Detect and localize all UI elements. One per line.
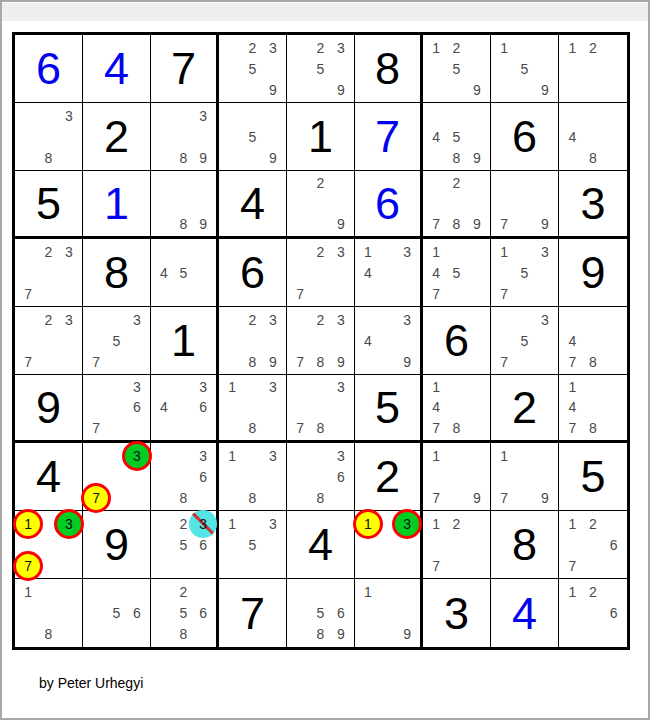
cell-r4c7[interactable]: 1457 bbox=[423, 239, 491, 307]
candidate-7[interactable]: 7 bbox=[24, 558, 32, 574]
cell-r6c5[interactable]: 378 bbox=[287, 375, 355, 443]
candidate-9[interactable]: 9 bbox=[269, 82, 277, 98]
candidate-5[interactable]: 5 bbox=[180, 537, 188, 553]
candidate-slot-6: 6 bbox=[331, 602, 351, 623]
candidate-2[interactable]: 2 bbox=[249, 312, 257, 328]
candidate-4[interactable]: 4 bbox=[568, 333, 576, 349]
cell-r5c2[interactable]: 357 bbox=[83, 307, 151, 375]
cell-r8c9[interactable]: 1267 bbox=[559, 511, 627, 579]
candidate-9[interactable]: 9 bbox=[269, 150, 277, 166]
candidate-slot-1 bbox=[154, 105, 174, 126]
candidate-7[interactable]: 7 bbox=[500, 286, 508, 302]
cell-r5c3[interactable]: 1 bbox=[151, 307, 219, 375]
candidate-7[interactable]: 7 bbox=[296, 420, 304, 436]
candidate-9[interactable]: 9 bbox=[199, 216, 207, 232]
candidate-2[interactable]: 2 bbox=[317, 244, 325, 260]
candidate-slot-4 bbox=[222, 466, 242, 487]
candidate-3[interactable]: 3 bbox=[199, 108, 207, 124]
cell-r8c3[interactable]: 2356 bbox=[151, 511, 219, 579]
cell-r1c3[interactable]: 7 bbox=[151, 35, 219, 103]
candidate-8[interactable]: 8 bbox=[453, 150, 461, 166]
candidate-8[interactable]: 8 bbox=[453, 420, 461, 436]
candidate-5[interactable]: 5 bbox=[317, 61, 325, 77]
candidate-slot-6 bbox=[467, 534, 487, 555]
cell-r1c7[interactable]: 1259 bbox=[423, 35, 491, 103]
candidate-9[interactable]: 9 bbox=[337, 626, 345, 642]
candidate-7[interactable]: 7 bbox=[432, 216, 440, 232]
candidate-3[interactable]: 3 bbox=[133, 448, 141, 464]
cell-r5c9[interactable]: 478 bbox=[559, 307, 627, 375]
candidate-3[interactable]: 3 bbox=[65, 516, 73, 532]
candidate-slot-4 bbox=[18, 262, 38, 283]
candidate-slot-6 bbox=[59, 602, 79, 623]
candidate-slot-9 bbox=[59, 351, 79, 372]
candidate-slot-9: 9 bbox=[535, 487, 555, 508]
candidate-1[interactable]: 1 bbox=[500, 244, 508, 260]
cell-r8c7[interactable]: 127 bbox=[423, 511, 491, 579]
candidate-2[interactable]: 2 bbox=[317, 40, 325, 56]
candidate-5[interactable]: 5 bbox=[249, 61, 257, 77]
candidate-grid: 367 bbox=[83, 375, 150, 440]
candidate-4[interactable]: 4 bbox=[364, 265, 372, 281]
cell-r9c3[interactable]: 2568 bbox=[151, 579, 219, 647]
cell-r7c7[interactable]: 179 bbox=[423, 443, 491, 511]
cell-r9c6[interactable]: 19 bbox=[355, 579, 423, 647]
cell-r8c1[interactable]: 137 bbox=[15, 511, 83, 579]
cell-r2c7[interactable]: 4589 bbox=[423, 103, 491, 171]
candidate-6[interactable]: 6 bbox=[199, 469, 207, 485]
candidate-4[interactable]: 4 bbox=[568, 399, 576, 415]
candidate-8[interactable]: 8 bbox=[317, 354, 325, 370]
candidate-slot-6: 6 bbox=[603, 534, 624, 555]
candidate-5[interactable]: 5 bbox=[113, 333, 121, 349]
cell-r1c8[interactable]: 159 bbox=[491, 35, 559, 103]
candidate-8[interactable]: 8 bbox=[180, 490, 188, 506]
cell-r2c2[interactable]: 2 bbox=[83, 103, 151, 171]
candidate-5[interactable]: 5 bbox=[249, 537, 257, 553]
candidate-slot-9 bbox=[193, 624, 213, 645]
candidate-8[interactable]: 8 bbox=[317, 420, 325, 436]
candidate-8[interactable]: 8 bbox=[589, 420, 597, 436]
candidate-1[interactable]: 1 bbox=[228, 379, 236, 395]
candidate-3[interactable]: 3 bbox=[337, 40, 345, 56]
candidate-1[interactable]: 1 bbox=[364, 584, 372, 600]
candidate-3[interactable]: 3 bbox=[403, 312, 411, 328]
candidate-slot-3: 3 bbox=[397, 241, 417, 262]
cell-r4c8[interactable]: 1357 bbox=[491, 239, 559, 307]
candidate-5[interactable]: 5 bbox=[180, 265, 188, 281]
candidate-5[interactable]: 5 bbox=[180, 605, 188, 621]
candidate-9[interactable]: 9 bbox=[541, 490, 549, 506]
candidate-slot-3: 3 bbox=[331, 377, 351, 397]
cell-r3c7[interactable]: 2789 bbox=[423, 171, 491, 239]
candidate-grid: 134 bbox=[355, 239, 420, 306]
candidate-slot-4 bbox=[290, 193, 310, 213]
candidate-3[interactable]: 3 bbox=[65, 108, 73, 124]
candidate-slot-8: 8 bbox=[174, 624, 194, 645]
candidate-1[interactable]: 1 bbox=[500, 40, 508, 56]
candidate-8[interactable]: 8 bbox=[180, 150, 188, 166]
candidate-2[interactable]: 2 bbox=[180, 516, 188, 532]
cell-r3c4[interactable]: 4 bbox=[219, 171, 287, 239]
given-digit: 7 bbox=[240, 591, 265, 636]
cell-r6c9[interactable]: 1478 bbox=[559, 375, 627, 443]
candidate-1[interactable]: 1 bbox=[568, 379, 576, 395]
given-digit: 4 bbox=[240, 181, 265, 226]
candidate-3[interactable]: 3 bbox=[269, 379, 277, 395]
candidate-6[interactable]: 6 bbox=[133, 399, 141, 415]
candidate-7[interactable]: 7 bbox=[296, 354, 304, 370]
candidate-7[interactable]: 7 bbox=[24, 354, 32, 370]
candidate-5[interactable]: 5 bbox=[453, 265, 461, 281]
cell-r6c6[interactable]: 5 bbox=[355, 375, 423, 443]
candidate-2[interactable]: 2 bbox=[453, 516, 461, 532]
candidate-1[interactable]: 1 bbox=[500, 448, 508, 464]
candidate-7[interactable]: 7 bbox=[568, 420, 576, 436]
candidate-3[interactable]: 3 bbox=[269, 312, 277, 328]
candidate-7[interactable]: 7 bbox=[432, 490, 440, 506]
candidate-grid: 1259 bbox=[423, 35, 490, 102]
candidate-2[interactable]: 2 bbox=[453, 40, 461, 56]
cell-r3c5[interactable]: 29 bbox=[287, 171, 355, 239]
candidate-8[interactable]: 8 bbox=[180, 216, 188, 232]
candidate-1[interactable]: 1 bbox=[568, 40, 576, 56]
candidate-5[interactable]: 5 bbox=[521, 265, 529, 281]
candidate-3[interactable]: 3 bbox=[403, 516, 411, 532]
candidate-3[interactable]: 3 bbox=[199, 448, 207, 464]
cell-r7c6[interactable]: 2 bbox=[355, 443, 423, 511]
candidate-7[interactable]: 7 bbox=[432, 558, 440, 574]
cell-r4c5[interactable]: 237 bbox=[287, 239, 355, 307]
candidate-9[interactable]: 9 bbox=[541, 216, 549, 232]
cell-r5c6[interactable]: 349 bbox=[355, 307, 423, 375]
candidate-slot-7 bbox=[222, 487, 242, 508]
cell-r5c1[interactable]: 237 bbox=[15, 307, 83, 375]
candidate-slot-4: 4 bbox=[154, 397, 174, 417]
candidate-3[interactable]: 3 bbox=[403, 244, 411, 260]
cell-r1c9[interactable]: 12 bbox=[559, 35, 627, 103]
candidate-3[interactable]: 3 bbox=[65, 312, 73, 328]
cell-r7c8[interactable]: 179 bbox=[491, 443, 559, 511]
cell-r7c9[interactable]: 5 bbox=[559, 443, 627, 511]
candidate-7[interactable]: 7 bbox=[432, 420, 440, 436]
candidate-slot-1 bbox=[426, 173, 446, 193]
candidate-slot-7: 7 bbox=[86, 351, 106, 372]
cell-r4c6[interactable]: 134 bbox=[355, 239, 423, 307]
candidate-7[interactable]: 7 bbox=[92, 490, 100, 506]
candidate-5[interactable]: 5 bbox=[453, 129, 461, 145]
candidate-9[interactable]: 9 bbox=[473, 150, 481, 166]
candidate-8[interactable]: 8 bbox=[453, 216, 461, 232]
candidate-9[interactable]: 9 bbox=[473, 490, 481, 506]
candidate-3[interactable]: 3 bbox=[199, 516, 207, 532]
cell-r3c1[interactable]: 5 bbox=[15, 171, 83, 239]
cell-r7c4[interactable]: 138 bbox=[219, 443, 287, 511]
cell-r7c5[interactable]: 368 bbox=[287, 443, 355, 511]
candidate-slot-3: 3 bbox=[397, 513, 417, 534]
candidate-5[interactable]: 5 bbox=[249, 129, 257, 145]
candidate-4[interactable]: 4 bbox=[364, 333, 372, 349]
candidate-9[interactable]: 9 bbox=[473, 216, 481, 232]
candidate-3[interactable]: 3 bbox=[337, 448, 345, 464]
candidate-slot-5 bbox=[174, 397, 194, 417]
cell-r1c5[interactable]: 2359 bbox=[287, 35, 355, 103]
candidate-slot-5 bbox=[583, 58, 604, 79]
candidate-2[interactable]: 2 bbox=[45, 312, 53, 328]
cell-r9c8[interactable]: 4 bbox=[491, 579, 559, 647]
candidate-9[interactable]: 9 bbox=[473, 82, 481, 98]
candidate-9[interactable]: 9 bbox=[403, 354, 411, 370]
candidate-3[interactable]: 3 bbox=[337, 312, 345, 328]
candidate-grid: 48 bbox=[559, 103, 627, 170]
candidate-3[interactable]: 3 bbox=[133, 379, 141, 395]
candidate-8[interactable]: 8 bbox=[249, 354, 257, 370]
candidate-slot-2 bbox=[38, 581, 58, 602]
candidate-2[interactable]: 2 bbox=[249, 40, 257, 56]
candidate-4[interactable]: 4 bbox=[432, 265, 440, 281]
candidate-slot-3 bbox=[603, 513, 624, 534]
candidate-6[interactable]: 6 bbox=[199, 537, 207, 553]
cell-r2c6[interactable]: 7 bbox=[355, 103, 423, 171]
given-digit: 4 bbox=[36, 454, 61, 499]
candidate-4[interactable]: 4 bbox=[432, 399, 440, 415]
candidate-7[interactable]: 7 bbox=[296, 286, 304, 302]
candidate-grid: 2359 bbox=[219, 35, 286, 102]
given-digit: 8 bbox=[375, 46, 400, 91]
candidate-3[interactable]: 3 bbox=[337, 244, 345, 260]
candidate-1[interactable]: 1 bbox=[432, 379, 440, 395]
cell-r1c6[interactable]: 8 bbox=[355, 35, 423, 103]
candidate-8[interactable]: 8 bbox=[249, 490, 257, 506]
candidate-slot-1 bbox=[290, 309, 310, 330]
candidate-2[interactable]: 2 bbox=[317, 175, 325, 191]
cell-r4c1[interactable]: 237 bbox=[15, 239, 83, 307]
candidate-4[interactable]: 4 bbox=[568, 129, 576, 145]
candidate-4[interactable]: 4 bbox=[160, 399, 168, 415]
candidate-6[interactable]: 6 bbox=[610, 605, 618, 621]
cell-r7c1[interactable]: 4 bbox=[15, 443, 83, 511]
candidate-1[interactable]: 1 bbox=[364, 516, 372, 532]
candidate-3[interactable]: 3 bbox=[541, 244, 549, 260]
candidate-slot-9 bbox=[331, 487, 351, 508]
cell-r9c1[interactable]: 18 bbox=[15, 579, 83, 647]
candidate-slot-9 bbox=[331, 283, 351, 304]
candidate-slot-8: 8 bbox=[174, 147, 194, 168]
candidate-8[interactable]: 8 bbox=[589, 354, 597, 370]
candidate-slot-3 bbox=[59, 581, 79, 602]
candidate-2[interactable]: 2 bbox=[453, 175, 461, 191]
candidate-slot-8 bbox=[174, 418, 194, 438]
cell-r9c9[interactable]: 126 bbox=[559, 579, 627, 647]
candidate-8[interactable]: 8 bbox=[317, 626, 325, 642]
candidate-3[interactable]: 3 bbox=[133, 312, 141, 328]
cell-r5c5[interactable]: 23789 bbox=[287, 307, 355, 375]
cell-r7c3[interactable]: 368 bbox=[151, 443, 219, 511]
candidate-slot-5: 5 bbox=[310, 58, 330, 79]
candidate-8[interactable]: 8 bbox=[249, 420, 257, 436]
cell-r1c4[interactable]: 2359 bbox=[219, 35, 287, 103]
candidate-2[interactable]: 2 bbox=[180, 584, 188, 600]
cell-r8c2[interactable]: 9 bbox=[83, 511, 151, 579]
candidate-1[interactable]: 1 bbox=[432, 516, 440, 532]
candidate-1[interactable]: 1 bbox=[228, 448, 236, 464]
candidate-3[interactable]: 3 bbox=[269, 516, 277, 532]
candidate-7[interactable]: 7 bbox=[432, 286, 440, 302]
candidate-6[interactable]: 6 bbox=[199, 605, 207, 621]
cell-r8c6[interactable]: 13 bbox=[355, 511, 423, 579]
candidate-1[interactable]: 1 bbox=[568, 584, 576, 600]
cell-r3c9[interactable]: 3 bbox=[559, 171, 627, 239]
candidate-slot-4 bbox=[494, 58, 514, 79]
cell-r6c7[interactable]: 1478 bbox=[423, 375, 491, 443]
candidate-slot-1 bbox=[562, 105, 583, 126]
candidate-1[interactable]: 1 bbox=[568, 516, 576, 532]
candidate-2[interactable]: 2 bbox=[589, 40, 597, 56]
candidate-1[interactable]: 1 bbox=[432, 40, 440, 56]
candidate-9[interactable]: 9 bbox=[337, 216, 345, 232]
candidate-1[interactable]: 1 bbox=[432, 244, 440, 260]
candidate-7[interactable]: 7 bbox=[92, 354, 100, 370]
cell-r2c8[interactable]: 6 bbox=[491, 103, 559, 171]
candidate-6[interactable]: 6 bbox=[199, 399, 207, 415]
candidate-slot-7 bbox=[426, 79, 446, 100]
candidate-1[interactable]: 1 bbox=[24, 516, 32, 532]
given-digit: 2 bbox=[104, 114, 129, 159]
cell-r9c7[interactable]: 3 bbox=[423, 579, 491, 647]
cell-r3c6[interactable]: 6 bbox=[355, 171, 423, 239]
cell-r1c2[interactable]: 4 bbox=[83, 35, 151, 103]
candidate-slot-8 bbox=[310, 79, 330, 100]
candidate-slot-9 bbox=[397, 283, 417, 304]
given-digit: 7 bbox=[171, 46, 196, 91]
cell-r4c9[interactable]: 9 bbox=[559, 239, 627, 307]
cell-r3c3[interactable]: 89 bbox=[151, 171, 219, 239]
candidate-5[interactable]: 5 bbox=[113, 605, 121, 621]
candidate-5[interactable]: 5 bbox=[317, 605, 325, 621]
candidate-1[interactable]: 1 bbox=[364, 244, 372, 260]
cell-r2c5[interactable]: 1 bbox=[287, 103, 355, 171]
candidate-slot-7 bbox=[222, 79, 242, 100]
candidate-grid: 368 bbox=[151, 443, 216, 510]
candidate-grid: 389 bbox=[151, 103, 216, 170]
candidate-slot-2: 2 bbox=[242, 37, 262, 58]
candidate-slot-8 bbox=[446, 79, 466, 100]
candidate-7[interactable]: 7 bbox=[500, 216, 508, 232]
candidate-7[interactable]: 7 bbox=[92, 420, 100, 436]
candidate-2[interactable]: 2 bbox=[45, 244, 53, 260]
cell-r3c2[interactable]: 1 bbox=[83, 171, 151, 239]
cell-r6c8[interactable]: 2 bbox=[491, 375, 559, 443]
candidate-8[interactable]: 8 bbox=[180, 626, 188, 642]
cell-r9c4[interactable]: 7 bbox=[219, 579, 287, 647]
cell-r2c1[interactable]: 38 bbox=[15, 103, 83, 171]
cell-r5c7[interactable]: 6 bbox=[423, 307, 491, 375]
candidate-slot-7 bbox=[18, 147, 38, 168]
candidate-slot-8: 8 bbox=[446, 147, 466, 168]
cell-r3c8[interactable]: 79 bbox=[491, 171, 559, 239]
candidate-8[interactable]: 8 bbox=[45, 150, 53, 166]
candidate-4[interactable]: 4 bbox=[432, 129, 440, 145]
candidate-5[interactable]: 5 bbox=[521, 61, 529, 77]
candidate-9[interactable]: 9 bbox=[337, 82, 345, 98]
window-top-strip bbox=[2, 3, 648, 21]
candidate-2[interactable]: 2 bbox=[589, 584, 597, 600]
candidate-slot-5: 5 bbox=[242, 534, 262, 555]
candidate-1[interactable]: 1 bbox=[432, 448, 440, 464]
cell-r6c4[interactable]: 138 bbox=[219, 375, 287, 443]
candidate-7[interactable]: 7 bbox=[568, 558, 576, 574]
candidate-1[interactable]: 1 bbox=[228, 516, 236, 532]
candidate-3[interactable]: 3 bbox=[269, 40, 277, 56]
candidate-2[interactable]: 2 bbox=[317, 312, 325, 328]
cell-r8c5[interactable]: 4 bbox=[287, 511, 355, 579]
cell-r4c2[interactable]: 8 bbox=[83, 239, 151, 307]
candidate-slot-9: 9 bbox=[263, 147, 283, 168]
candidate-6[interactable]: 6 bbox=[337, 469, 345, 485]
cell-r5c4[interactable]: 2389 bbox=[219, 307, 287, 375]
candidate-5[interactable]: 5 bbox=[453, 61, 461, 77]
cell-r2c3[interactable]: 389 bbox=[151, 103, 219, 171]
candidate-3[interactable]: 3 bbox=[541, 312, 549, 328]
candidate-4[interactable]: 4 bbox=[160, 265, 168, 281]
candidate-slot-5 bbox=[38, 262, 58, 283]
candidate-grid: 179 bbox=[491, 443, 558, 510]
candidate-3[interactable]: 3 bbox=[337, 379, 345, 395]
cell-r8c8[interactable]: 8 bbox=[491, 511, 559, 579]
candidate-slot-9: 9 bbox=[193, 214, 213, 234]
cell-r6c3[interactable]: 346 bbox=[151, 375, 219, 443]
candidate-slot-4 bbox=[222, 397, 242, 417]
given-digit: 1 bbox=[171, 318, 196, 363]
candidate-9[interactable]: 9 bbox=[199, 150, 207, 166]
candidate-3[interactable]: 3 bbox=[199, 379, 207, 395]
candidate-8[interactable]: 8 bbox=[45, 626, 53, 642]
candidate-7[interactable]: 7 bbox=[500, 490, 508, 506]
candidate-1[interactable]: 1 bbox=[24, 584, 32, 600]
cell-r1c1[interactable]: 6 bbox=[15, 35, 83, 103]
candidate-9[interactable]: 9 bbox=[337, 354, 345, 370]
cell-r2c4[interactable]: 59 bbox=[219, 103, 287, 171]
candidate-7[interactable]: 7 bbox=[500, 354, 508, 370]
candidate-9[interactable]: 9 bbox=[403, 626, 411, 642]
candidate-3[interactable]: 3 bbox=[269, 448, 277, 464]
cell-r9c5[interactable]: 5689 bbox=[287, 579, 355, 647]
candidate-3[interactable]: 3 bbox=[65, 244, 73, 260]
cell-r9c2[interactable]: 56 bbox=[83, 579, 151, 647]
candidate-7[interactable]: 7 bbox=[24, 286, 32, 302]
cell-r7c2[interactable]: 37 bbox=[83, 443, 151, 511]
candidate-2[interactable]: 2 bbox=[589, 516, 597, 532]
candidate-6[interactable]: 6 bbox=[337, 605, 345, 621]
cell-r6c1[interactable]: 9 bbox=[15, 375, 83, 443]
candidate-8[interactable]: 8 bbox=[589, 150, 597, 166]
candidate-7[interactable]: 7 bbox=[568, 354, 576, 370]
candidate-6[interactable]: 6 bbox=[610, 537, 618, 553]
candidate-slot-2 bbox=[106, 377, 126, 397]
candidate-8[interactable]: 8 bbox=[317, 490, 325, 506]
cell-r5c8[interactable]: 357 bbox=[491, 307, 559, 375]
candidate-9[interactable]: 9 bbox=[541, 82, 549, 98]
cell-r4c3[interactable]: 45 bbox=[151, 239, 219, 307]
cell-r4c4[interactable]: 6 bbox=[219, 239, 287, 307]
cell-r2c9[interactable]: 48 bbox=[559, 103, 627, 171]
candidate-5[interactable]: 5 bbox=[521, 333, 529, 349]
cell-r8c4[interactable]: 135 bbox=[219, 511, 287, 579]
candidate-6[interactable]: 6 bbox=[133, 605, 141, 621]
candidate-9[interactable]: 9 bbox=[269, 354, 277, 370]
candidate-slot-7 bbox=[426, 147, 446, 168]
cell-r6c2[interactable]: 367 bbox=[83, 375, 151, 443]
